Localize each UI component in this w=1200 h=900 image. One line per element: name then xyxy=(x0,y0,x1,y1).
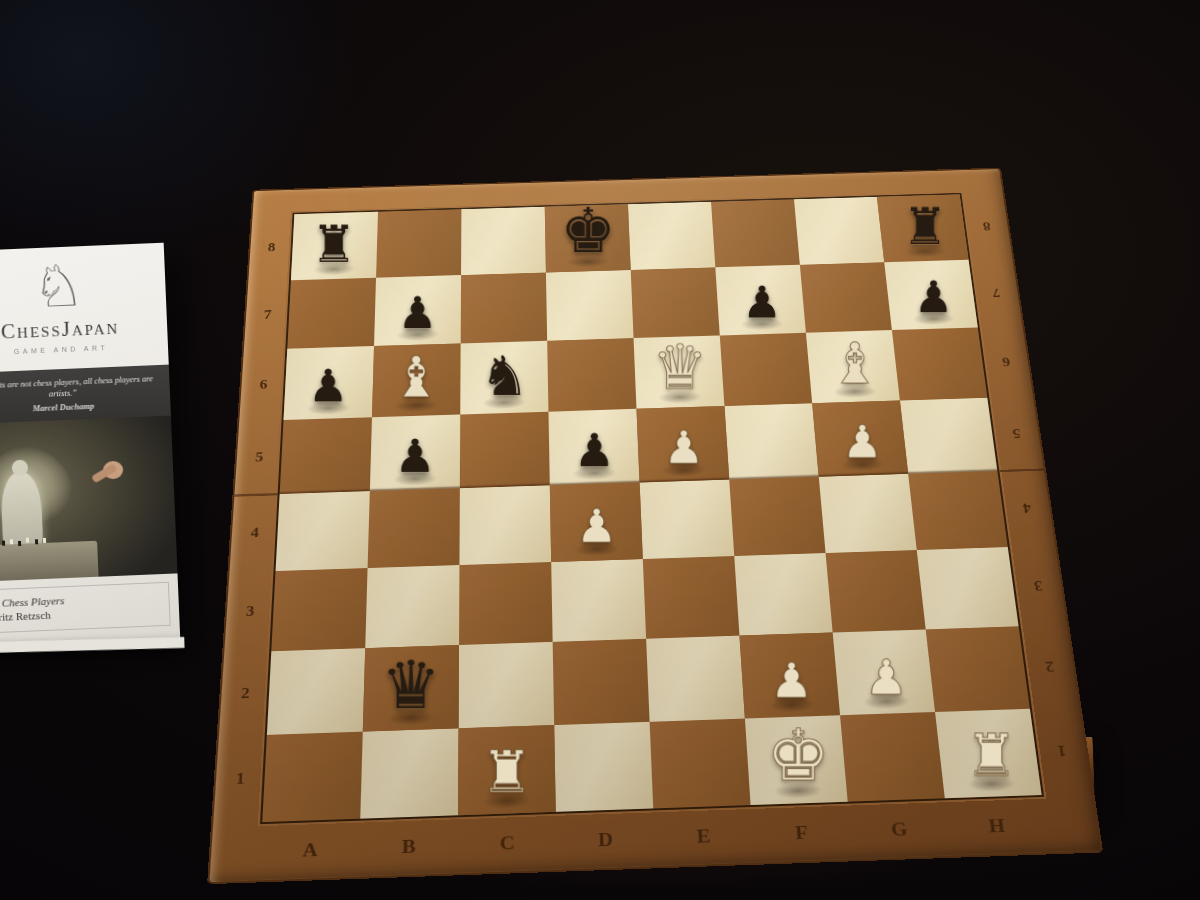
square-f6 xyxy=(720,333,812,406)
pamphlet: ♘ ChessJapan GAME AND ART “…artists are … xyxy=(0,243,180,647)
rank-label-right-5: 5 xyxy=(989,396,1044,471)
square-b3 xyxy=(365,565,459,648)
piece-white-rook-c1: ♜ xyxy=(481,745,533,800)
square-b4 xyxy=(368,488,460,568)
square-a4 xyxy=(276,491,370,571)
square-g4 xyxy=(819,474,917,553)
painting-chess-table xyxy=(0,541,98,583)
rank-label-right-6: 6 xyxy=(980,326,1033,398)
rank-label-right-4: 4 xyxy=(999,469,1055,547)
piece-black-queen-b2: ♛ xyxy=(381,654,441,717)
piece-black-pawn-d5: ♟ xyxy=(574,429,615,472)
square-f3 xyxy=(734,553,832,636)
square-h6 xyxy=(892,327,987,400)
piece-black-knight-c6: ♞ xyxy=(480,350,529,402)
square-d3 xyxy=(551,559,646,642)
square-b7: ♟ xyxy=(374,275,461,346)
rank-label-left-4: 4 xyxy=(229,494,279,573)
piece-black-pawn-b5: ♟ xyxy=(395,435,436,479)
square-g8 xyxy=(794,197,884,265)
square-c3 xyxy=(459,562,553,645)
piece-white-pawn-e5: ♟ xyxy=(663,426,704,469)
square-b2: ♛ xyxy=(363,645,459,732)
square-f8 xyxy=(711,199,800,267)
file-label-c: C xyxy=(458,822,557,865)
rank-label-right-2: 2 xyxy=(1021,625,1080,709)
piece-black-pawn-h7: ♟ xyxy=(914,277,953,319)
file-label-h: H xyxy=(946,805,1049,848)
brand-tagline: GAME AND ART xyxy=(0,342,160,357)
knight-logo-icon: ♘ xyxy=(0,253,158,319)
painting-tiny-chessmen xyxy=(2,541,5,546)
board-scene: 87654321 87654321 ABCDEFGH ♜♚♜♟♟♟♟♝♞♛♝♟♟… xyxy=(233,0,1077,900)
square-h4 xyxy=(908,471,1008,550)
piece-white-pawn-g5: ♟ xyxy=(842,421,883,464)
square-g3 xyxy=(826,550,926,632)
rank-label-left-6: 6 xyxy=(239,349,287,422)
pamphlet-header: ♘ ChessJapan GAME AND ART xyxy=(0,243,168,364)
piece-black-king-d8: ♚ xyxy=(560,202,616,261)
square-d4: ♟ xyxy=(550,482,643,562)
square-d1 xyxy=(554,722,653,812)
square-h7: ♟ xyxy=(884,260,978,330)
square-e8 xyxy=(628,202,715,270)
rank-label-right-8: 8 xyxy=(961,193,1012,260)
rank-label-right-3: 3 xyxy=(1010,545,1067,626)
square-e3 xyxy=(643,556,740,639)
piece-white-bishop-g6: ♝ xyxy=(830,338,881,392)
square-b6: ♝ xyxy=(372,343,461,417)
square-d5: ♟ xyxy=(548,409,639,485)
file-label-g: G xyxy=(849,808,951,851)
rank-label-right-1: 1 xyxy=(1032,707,1092,795)
square-e5: ♟ xyxy=(637,406,730,482)
square-f4 xyxy=(729,477,825,556)
square-a6: ♟ xyxy=(284,346,375,420)
painting-the-chess-players xyxy=(0,415,177,582)
board-grid: ♜♚♜♟♟♟♟♝♞♛♝♟♟♟♟♟♛♟♟♜♚♜ xyxy=(262,194,1041,822)
square-h5 xyxy=(900,398,998,474)
square-g1 xyxy=(840,712,945,802)
square-d6 xyxy=(547,338,636,412)
square-h1: ♜ xyxy=(935,709,1042,798)
square-h3 xyxy=(917,547,1019,629)
rank-label-left-1: 1 xyxy=(213,735,267,824)
square-e7 xyxy=(631,267,720,338)
square-g5: ♟ xyxy=(812,401,908,477)
file-label-f: F xyxy=(751,812,852,855)
square-d7 xyxy=(546,270,634,341)
piece-white-queen-e6: ♛ xyxy=(652,338,707,396)
square-a3 xyxy=(271,568,367,651)
chess-board: 87654321 87654321 ABCDEFGH ♜♚♜♟♟♟♟♝♞♛♝♟♟… xyxy=(207,168,1103,885)
file-label-d: D xyxy=(556,818,655,861)
square-c8 xyxy=(461,207,546,275)
square-a7 xyxy=(287,278,376,349)
square-e2 xyxy=(646,636,745,722)
square-c2 xyxy=(459,642,555,728)
rank-label-left-8: 8 xyxy=(248,214,294,281)
square-b5: ♟ xyxy=(370,414,460,491)
square-g7 xyxy=(800,262,892,333)
rank-label-left-2: 2 xyxy=(219,651,271,736)
piece-white-bishop-b6: ♝ xyxy=(391,351,442,405)
square-g6: ♝ xyxy=(806,330,900,403)
square-c7 xyxy=(461,272,547,343)
square-a2 xyxy=(267,648,365,735)
square-f7: ♟ xyxy=(715,265,806,336)
square-c6: ♞ xyxy=(460,341,548,415)
file-label-a: A xyxy=(260,829,360,873)
photo-scene: ♘ ChessJapan GAME AND ART “…artists are … xyxy=(0,0,1200,900)
piece-black-pawn-b7: ♟ xyxy=(398,292,438,334)
square-f1: ♚ xyxy=(745,715,848,805)
square-d2 xyxy=(553,639,650,725)
piece-white-pawn-d4: ♟ xyxy=(576,504,618,548)
square-c5 xyxy=(460,412,550,489)
piece-black-rook-h8: ♜ xyxy=(902,203,947,251)
square-f2: ♟ xyxy=(739,632,840,718)
square-e4 xyxy=(640,480,735,559)
painting-caption: The Chess Players Moritz Retzsch xyxy=(0,582,171,634)
square-e1 xyxy=(650,719,751,809)
piece-black-pawn-a6: ♟ xyxy=(308,365,348,408)
piece-white-pawn-g2: ♟ xyxy=(865,655,909,701)
file-label-e: E xyxy=(654,815,754,858)
square-c4 xyxy=(459,485,551,565)
rank-label-left-3: 3 xyxy=(224,571,275,653)
square-d8: ♚ xyxy=(545,204,631,272)
square-b8 xyxy=(376,209,461,277)
square-h2 xyxy=(926,626,1030,712)
square-a1 xyxy=(262,732,363,822)
piece-white-rook-h1: ♜ xyxy=(966,728,1018,783)
piece-white-pawn-f2: ♟ xyxy=(770,658,814,704)
quote-band: “…artists are not chess players, all che… xyxy=(0,365,171,425)
square-a5 xyxy=(280,417,372,494)
square-a8: ♜ xyxy=(291,212,378,281)
rank-label-left-7: 7 xyxy=(244,280,291,350)
piece-black-pawn-f7: ♟ xyxy=(742,282,781,324)
painting-red-player-figure xyxy=(90,473,171,571)
square-f5 xyxy=(724,403,818,479)
piece-black-rook-a8: ♜ xyxy=(311,221,357,269)
piece-white-king-f1: ♚ xyxy=(766,723,830,791)
rank-label-right-7: 7 xyxy=(970,258,1022,327)
square-h8: ♜ xyxy=(877,194,969,262)
square-g2: ♟ xyxy=(833,629,935,715)
rank-label-left-5: 5 xyxy=(234,420,283,495)
square-b1 xyxy=(360,728,458,818)
file-label-b: B xyxy=(359,825,458,869)
square-c1: ♜ xyxy=(458,725,556,815)
square-e6: ♛ xyxy=(634,335,725,408)
